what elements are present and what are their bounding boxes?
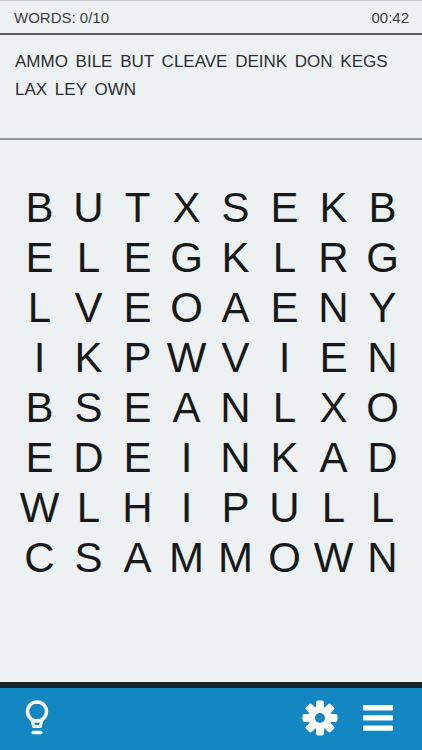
grid-cell[interactable]: S — [211, 183, 260, 233]
letter-grid[interactable]: BUTXSEKBELEGKLRGLVEOAENYIKPWVIENBSEANLXO… — [15, 183, 407, 583]
grid-cell[interactable]: N — [211, 383, 260, 433]
lightbulb-icon — [23, 698, 51, 741]
grid-cell[interactable]: O — [260, 533, 309, 583]
grid-cell[interactable]: U — [64, 183, 113, 233]
grid-cell[interactable]: G — [358, 233, 407, 283]
grid-cell[interactable]: L — [64, 483, 113, 533]
grid-cell[interactable]: E — [309, 333, 358, 383]
grid-cell[interactable]: E — [260, 283, 309, 333]
grid-cell[interactable]: I — [162, 433, 211, 483]
grid-cell[interactable]: I — [15, 333, 64, 383]
bottom-toolbar — [0, 682, 422, 750]
grid-cell[interactable]: E — [260, 183, 309, 233]
grid-cell[interactable]: N — [309, 283, 358, 333]
grid-cell[interactable]: L — [64, 233, 113, 283]
grid-cell[interactable]: W — [15, 483, 64, 533]
grid-cell[interactable]: I — [162, 483, 211, 533]
word-list-line-2: LAX LEY OWN — [15, 76, 408, 104]
grid-cell[interactable]: X — [162, 183, 211, 233]
grid-cell[interactable]: N — [211, 433, 260, 483]
grid-cell[interactable]: P — [211, 483, 260, 533]
status-bar: WORDS: 0/10 00:42 — [0, 1, 422, 35]
grid-cell[interactable]: K — [309, 183, 358, 233]
menu-button[interactable] — [363, 705, 393, 734]
word-list: AMMO BILE BUT CLEAVE DEINK DON KEGS LAX … — [0, 35, 422, 138]
grid-cell[interactable]: P — [113, 333, 162, 383]
grid-cell[interactable]: E — [113, 283, 162, 333]
grid-cell[interactable]: L — [15, 283, 64, 333]
grid-cell[interactable]: S — [64, 533, 113, 583]
grid-cell[interactable]: E — [113, 433, 162, 483]
grid-cell[interactable]: U — [260, 483, 309, 533]
grid-cell[interactable]: W — [309, 533, 358, 583]
word-list-line-1: AMMO BILE BUT CLEAVE DEINK DON KEGS — [15, 48, 408, 76]
grid-cell[interactable]: I — [260, 333, 309, 383]
grid-cell[interactable]: A — [211, 283, 260, 333]
grid-cell[interactable]: K — [211, 233, 260, 283]
grid-cell[interactable]: E — [113, 383, 162, 433]
word-list-divider — [0, 138, 422, 140]
grid-cell[interactable]: X — [309, 383, 358, 433]
settings-button[interactable] — [302, 700, 338, 739]
grid-cell[interactable]: D — [358, 433, 407, 483]
grid-cell[interactable]: B — [15, 183, 64, 233]
grid-cell[interactable]: E — [15, 233, 64, 283]
grid-cell[interactable]: A — [113, 533, 162, 583]
grid-cell[interactable]: O — [358, 383, 407, 433]
grid-cell[interactable]: G — [162, 233, 211, 283]
grid-cell[interactable]: L — [260, 383, 309, 433]
grid-cell[interactable]: B — [358, 183, 407, 233]
grid-cell[interactable]: A — [162, 383, 211, 433]
grid-cell[interactable]: V — [211, 333, 260, 383]
grid-cell[interactable]: C — [15, 533, 64, 583]
grid-cell[interactable]: N — [358, 333, 407, 383]
grid-cell[interactable]: K — [260, 433, 309, 483]
grid-cell[interactable]: R — [309, 233, 358, 283]
grid-cell[interactable]: M — [211, 533, 260, 583]
grid-cell[interactable]: K — [64, 333, 113, 383]
grid-cell[interactable]: D — [64, 433, 113, 483]
grid-cell[interactable]: W — [162, 333, 211, 383]
hint-button[interactable] — [23, 698, 51, 741]
grid-cell[interactable]: N — [358, 533, 407, 583]
grid-cell[interactable]: O — [162, 283, 211, 333]
grid-cell[interactable]: B — [15, 383, 64, 433]
grid-cell[interactable]: V — [64, 283, 113, 333]
grid-cell[interactable]: S — [64, 383, 113, 433]
gear-icon — [302, 700, 338, 739]
grid-cell[interactable]: E — [15, 433, 64, 483]
grid-cell[interactable]: H — [113, 483, 162, 533]
grid-cell[interactable]: M — [162, 533, 211, 583]
timer: 00:42 — [371, 9, 409, 26]
grid-cell[interactable]: L — [358, 483, 407, 533]
grid-cell[interactable]: Y — [358, 283, 407, 333]
grid-cell[interactable]: L — [260, 233, 309, 283]
grid-cell[interactable]: A — [309, 433, 358, 483]
grid-cell[interactable]: T — [113, 183, 162, 233]
grid-cell[interactable]: L — [309, 483, 358, 533]
grid-cell[interactable]: E — [113, 233, 162, 283]
words-counter: WORDS: 0/10 — [14, 9, 109, 26]
hamburger-icon — [363, 705, 393, 734]
